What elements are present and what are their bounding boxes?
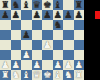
square-c5[interactable]: ♟: [21, 30, 32, 40]
square-b4[interactable]: [11, 40, 22, 50]
white-pawn[interactable]: ♟: [43, 40, 52, 50]
black-pawn[interactable]: ♟: [64, 10, 73, 20]
red-indicator: [95, 11, 100, 19]
black-knight[interactable]: ♞: [53, 20, 62, 30]
white-knight[interactable]: ♞: [11, 70, 20, 80]
square-a5[interactable]: [0, 30, 11, 40]
square-c8[interactable]: ♝: [21, 0, 32, 10]
square-e4[interactable]: ♟: [42, 40, 53, 50]
square-g1[interactable]: ♞: [63, 70, 74, 80]
square-c4[interactable]: [21, 40, 32, 50]
square-g3[interactable]: [63, 50, 74, 60]
square-f8[interactable]: ♝: [53, 0, 64, 10]
square-a7[interactable]: ♟: [0, 10, 11, 20]
white-pawn[interactable]: ♟: [74, 60, 83, 70]
square-f4[interactable]: [53, 40, 64, 50]
black-pawn[interactable]: ♟: [1, 10, 10, 20]
square-g4[interactable]: [63, 40, 74, 50]
square-h1[interactable]: ♜: [74, 70, 85, 80]
square-b1[interactable]: ♞: [11, 70, 22, 80]
black-queen[interactable]: ♛: [32, 0, 41, 10]
square-e1[interactable]: ♚: [42, 70, 53, 80]
square-b7[interactable]: ♟: [11, 10, 22, 20]
square-a2[interactable]: ♟: [0, 60, 11, 70]
square-d8[interactable]: ♛: [32, 0, 43, 10]
right-panel: [84, 0, 100, 80]
square-h2[interactable]: ♟: [74, 60, 85, 70]
square-h5[interactable]: [74, 30, 85, 40]
square-c3[interactable]: ♟: [21, 50, 32, 60]
square-f2[interactable]: ♟: [53, 60, 64, 70]
square-f5[interactable]: [53, 30, 64, 40]
square-b6[interactable]: [11, 20, 22, 30]
square-h4[interactable]: [74, 40, 85, 50]
square-h7[interactable]: ♟: [74, 10, 85, 20]
square-b5[interactable]: [11, 30, 22, 40]
chess-board: ♜♞♝♛♚♝♜♟♟♟♟♟♟♟♞♟♟♟♟♟♟♟♟♟♜♞♝♛♚♝♞♜: [0, 0, 84, 80]
square-f1[interactable]: ♝: [53, 70, 64, 80]
white-pawn[interactable]: ♟: [11, 60, 20, 70]
square-g6[interactable]: [63, 20, 74, 30]
square-d6[interactable]: [32, 20, 43, 30]
square-d1[interactable]: ♛: [32, 70, 43, 80]
white-bishop[interactable]: ♝: [22, 70, 31, 80]
square-g2[interactable]: ♟: [63, 60, 74, 70]
square-c6[interactable]: [21, 20, 32, 30]
square-a3[interactable]: [0, 50, 11, 60]
square-b2[interactable]: ♟: [11, 60, 22, 70]
square-g5[interactable]: [63, 30, 74, 40]
square-b8[interactable]: ♞: [11, 0, 22, 10]
white-pawn[interactable]: ♟: [22, 50, 31, 60]
white-rook[interactable]: ♜: [74, 70, 83, 80]
square-f7[interactable]: ♟: [53, 10, 64, 20]
black-knight[interactable]: ♞: [11, 0, 20, 10]
black-king[interactable]: ♚: [43, 0, 52, 10]
white-bishop[interactable]: ♝: [53, 70, 62, 80]
square-f6[interactable]: ♞: [53, 20, 64, 30]
square-c1[interactable]: ♝: [21, 70, 32, 80]
square-a8[interactable]: ♜: [0, 0, 11, 10]
square-c2[interactable]: [21, 60, 32, 70]
black-pawn[interactable]: ♟: [11, 10, 20, 20]
square-a4[interactable]: [0, 40, 11, 50]
square-d4[interactable]: [32, 40, 43, 50]
square-d5[interactable]: [32, 30, 43, 40]
square-e7[interactable]: ♟: [42, 10, 53, 20]
square-e5[interactable]: [42, 30, 53, 40]
white-pawn[interactable]: ♟: [64, 60, 73, 70]
square-d2[interactable]: ♟: [32, 60, 43, 70]
black-rook[interactable]: ♜: [74, 0, 83, 10]
square-e2[interactable]: [42, 60, 53, 70]
square-h3[interactable]: [74, 50, 85, 60]
white-pawn[interactable]: ♟: [53, 60, 62, 70]
black-pawn[interactable]: ♟: [53, 10, 62, 20]
white-knight[interactable]: ♞: [64, 70, 73, 80]
white-queen[interactable]: ♛: [32, 70, 41, 80]
square-c7[interactable]: [21, 10, 32, 20]
square-g7[interactable]: ♟: [63, 10, 74, 20]
black-rook[interactable]: ♜: [1, 0, 10, 10]
white-king[interactable]: ♚: [43, 70, 52, 80]
square-a1[interactable]: ♜: [0, 70, 11, 80]
black-pawn[interactable]: ♟: [74, 10, 83, 20]
square-d7[interactable]: ♟: [32, 10, 43, 20]
white-pawn[interactable]: ♟: [32, 60, 41, 70]
black-bishop[interactable]: ♝: [53, 0, 62, 10]
black-pawn[interactable]: ♟: [32, 10, 41, 20]
square-e3[interactable]: [42, 50, 53, 60]
square-g8[interactable]: [63, 0, 74, 10]
black-pawn[interactable]: ♟: [43, 10, 52, 20]
square-b3[interactable]: [11, 50, 22, 60]
square-a6[interactable]: [0, 20, 11, 30]
square-h8[interactable]: ♜: [74, 0, 85, 10]
white-rook[interactable]: ♜: [1, 70, 10, 80]
square-f3[interactable]: [53, 50, 64, 60]
black-bishop[interactable]: ♝: [22, 0, 31, 10]
square-e6[interactable]: [42, 20, 53, 30]
square-h6[interactable]: [74, 20, 85, 30]
black-pawn[interactable]: ♟: [22, 30, 31, 40]
white-pawn[interactable]: ♟: [1, 60, 10, 70]
square-d3[interactable]: [32, 50, 43, 60]
square-e8[interactable]: ♚: [42, 0, 53, 10]
